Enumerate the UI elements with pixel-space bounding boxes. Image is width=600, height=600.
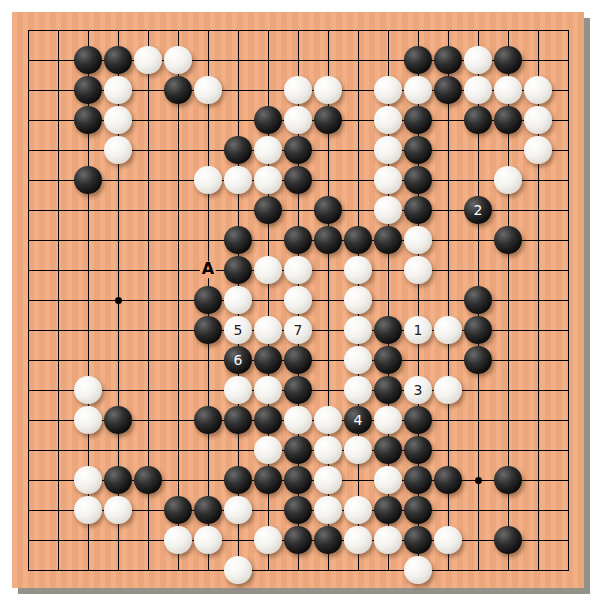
black-stone [404, 46, 432, 74]
white-stone: 3 [404, 376, 432, 404]
white-stone [434, 526, 462, 554]
black-stone [494, 466, 522, 494]
white-stone [344, 346, 372, 374]
white-stone [344, 376, 372, 404]
black-stone [464, 106, 492, 134]
white-stone [284, 256, 312, 284]
black-stone [404, 196, 432, 224]
black-stone [74, 106, 102, 134]
white-stone [524, 76, 552, 104]
white-stone [344, 316, 372, 344]
white-stone [404, 76, 432, 104]
white-stone [284, 106, 312, 134]
white-stone [104, 106, 132, 134]
black-stone [434, 76, 462, 104]
black-stone [254, 466, 282, 494]
white-stone [74, 466, 102, 494]
black-stone [284, 166, 312, 194]
white-stone [74, 496, 102, 524]
white-stone [224, 556, 252, 584]
white-stone [374, 136, 402, 164]
black-stone [374, 316, 402, 344]
black-stone [284, 136, 312, 164]
black-stone: 6 [224, 346, 252, 374]
black-stone [374, 226, 402, 254]
move-number: 7 [294, 323, 303, 337]
move-number: 3 [414, 383, 423, 397]
white-stone: 5 [224, 316, 252, 344]
white-stone [254, 256, 282, 284]
white-stone [344, 436, 372, 464]
black-stone [224, 136, 252, 164]
black-stone [164, 496, 192, 524]
black-stone [104, 406, 132, 434]
black-stone [374, 496, 402, 524]
black-stone [404, 436, 432, 464]
black-stone [374, 376, 402, 404]
white-stone [404, 256, 432, 284]
black-stone [464, 286, 492, 314]
black-stone [224, 466, 252, 494]
black-stone [284, 466, 312, 494]
hoshi-point [115, 297, 122, 304]
move-number: 1 [414, 323, 423, 337]
white-stone [374, 196, 402, 224]
black-stone [284, 526, 312, 554]
white-stone [404, 556, 432, 584]
white-stone [254, 316, 282, 344]
black-stone [284, 436, 312, 464]
black-stone [104, 466, 132, 494]
black-stone [374, 346, 402, 374]
white-stone [284, 76, 312, 104]
white-stone [374, 526, 402, 554]
white-stone [374, 76, 402, 104]
white-stone [224, 166, 252, 194]
black-stone [434, 46, 462, 74]
white-stone [194, 166, 222, 194]
black-stone [254, 346, 282, 374]
black-stone [404, 496, 432, 524]
move-number: 4 [354, 413, 363, 427]
white-stone [254, 436, 282, 464]
white-stone [224, 376, 252, 404]
black-stone: 2 [464, 196, 492, 224]
white-stone [314, 496, 342, 524]
white-stone [494, 76, 522, 104]
white-stone [254, 136, 282, 164]
black-stone [314, 526, 342, 554]
black-stone [254, 106, 282, 134]
black-stone [494, 226, 522, 254]
black-stone [74, 46, 102, 74]
white-stone [314, 76, 342, 104]
white-stone [344, 526, 372, 554]
white-stone: 7 [284, 316, 312, 344]
black-stone [284, 496, 312, 524]
white-stone [104, 76, 132, 104]
white-stone [74, 406, 102, 434]
black-stone [194, 496, 222, 524]
black-stone [434, 466, 462, 494]
point-label-a: A [200, 261, 216, 278]
hoshi-point [475, 477, 482, 484]
black-stone [404, 136, 432, 164]
white-stone [434, 376, 462, 404]
black-stone [254, 406, 282, 434]
black-stone [464, 346, 492, 374]
white-stone [314, 466, 342, 494]
white-stone [314, 436, 342, 464]
white-stone [344, 286, 372, 314]
black-stone [404, 406, 432, 434]
move-number: 5 [234, 323, 243, 337]
black-stone [494, 106, 522, 134]
black-stone [224, 226, 252, 254]
white-stone [434, 316, 462, 344]
white-stone [344, 496, 372, 524]
white-stone [134, 46, 162, 74]
black-stone [374, 436, 402, 464]
black-stone [284, 376, 312, 404]
black-stone [404, 106, 432, 134]
white-stone [374, 466, 402, 494]
black-stone [224, 256, 252, 284]
white-stone [104, 136, 132, 164]
white-stone [374, 106, 402, 134]
move-number: 2 [474, 203, 483, 217]
white-stone [194, 526, 222, 554]
white-stone [494, 166, 522, 194]
move-number: 6 [234, 353, 243, 367]
white-stone [164, 46, 192, 74]
black-stone [314, 196, 342, 224]
white-stone [224, 496, 252, 524]
black-stone [314, 106, 342, 134]
black-stone [284, 226, 312, 254]
white-stone [164, 526, 192, 554]
white-stone [344, 256, 372, 284]
white-stone [314, 406, 342, 434]
black-stone [194, 316, 222, 344]
white-stone [254, 376, 282, 404]
white-stone [254, 166, 282, 194]
white-stone [374, 406, 402, 434]
black-stone [74, 76, 102, 104]
black-stone [164, 76, 192, 104]
black-stone [464, 316, 492, 344]
black-stone [494, 46, 522, 74]
white-stone [104, 496, 132, 524]
black-stone [494, 526, 522, 554]
white-stone [254, 526, 282, 554]
black-stone [254, 196, 282, 224]
black-stone: 4 [344, 406, 372, 434]
black-stone [404, 466, 432, 494]
black-stone [104, 46, 132, 74]
white-stone [524, 106, 552, 134]
white-stone [464, 46, 492, 74]
white-stone [74, 376, 102, 404]
white-stone: 1 [404, 316, 432, 344]
go-board: 2571634A [12, 12, 584, 588]
white-stone [284, 406, 312, 434]
black-stone [74, 166, 102, 194]
black-stone [404, 526, 432, 554]
white-stone [224, 286, 252, 314]
white-stone [524, 136, 552, 164]
black-stone [314, 226, 342, 254]
white-stone [404, 226, 432, 254]
white-stone [464, 76, 492, 104]
black-stone [404, 166, 432, 194]
black-stone [134, 466, 162, 494]
black-stone [284, 346, 312, 374]
black-stone [194, 406, 222, 434]
black-stone [194, 286, 222, 314]
black-stone [224, 406, 252, 434]
white-stone [374, 166, 402, 194]
black-stone [344, 226, 372, 254]
white-stone [194, 76, 222, 104]
white-stone [284, 286, 312, 314]
